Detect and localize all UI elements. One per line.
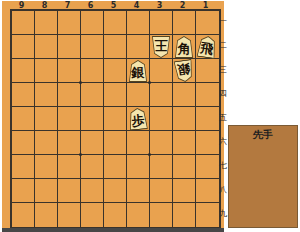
square-2-7[interactable] — [173, 155, 196, 179]
square-1-3[interactable] — [196, 59, 219, 83]
square-7-1[interactable] — [58, 11, 81, 35]
square-3-7[interactable] — [150, 155, 173, 179]
rank-label-4: 四 — [219, 81, 227, 105]
rank-label-6: 六 — [219, 129, 227, 153]
square-3-5[interactable] — [150, 107, 173, 131]
square-8-2[interactable] — [35, 35, 58, 59]
square-4-6[interactable] — [127, 131, 150, 155]
square-6-5[interactable] — [81, 107, 104, 131]
square-9-7[interactable] — [12, 155, 35, 179]
piece-face: 銀 — [129, 61, 147, 81]
square-7-7[interactable] — [58, 155, 81, 179]
square-5-2[interactable] — [104, 35, 127, 59]
piece-kanji: 角 — [178, 36, 191, 59]
square-9-8[interactable] — [12, 179, 35, 203]
square-6-3[interactable] — [81, 59, 104, 83]
shogi-board-widget: 987654321 飛角王銀銀歩 一二三四五六七八九 — [2, 1, 224, 228]
square-2-4[interactable] — [173, 83, 196, 107]
star-point — [148, 153, 151, 156]
square-9-3[interactable] — [12, 59, 35, 83]
square-6-4[interactable] — [81, 83, 104, 107]
square-2-5[interactable] — [173, 107, 196, 131]
square-1-8[interactable] — [196, 179, 219, 203]
square-4-2[interactable] — [127, 35, 150, 59]
square-3-9[interactable] — [150, 203, 173, 227]
square-7-9[interactable] — [58, 203, 81, 227]
square-8-5[interactable] — [35, 107, 58, 131]
square-3-6[interactable] — [150, 131, 173, 155]
square-5-9[interactable] — [104, 203, 127, 227]
square-9-2[interactable] — [12, 35, 35, 59]
star-point — [148, 81, 151, 84]
piece-face: 王 — [152, 37, 170, 57]
square-1-7[interactable] — [196, 155, 219, 179]
rank-label-1: 一 — [219, 9, 227, 33]
shogi-app-screen: 987654321 飛角王銀銀歩 一二三四五六七八九 先手 — [0, 0, 300, 232]
piece-kanji: 銀 — [132, 60, 145, 83]
square-4-8[interactable] — [127, 179, 150, 203]
square-2-8[interactable] — [173, 179, 196, 203]
square-4-7[interactable] — [127, 155, 150, 179]
square-2-9[interactable] — [173, 203, 196, 227]
star-point — [79, 81, 82, 84]
square-3-8[interactable] — [150, 179, 173, 203]
square-1-6[interactable] — [196, 131, 219, 155]
square-9-6[interactable] — [12, 131, 35, 155]
square-8-4[interactable] — [35, 83, 58, 107]
rank-label-2: 二 — [219, 33, 227, 57]
square-8-7[interactable] — [35, 155, 58, 179]
square-6-2[interactable] — [81, 35, 104, 59]
square-6-7[interactable] — [81, 155, 104, 179]
rank-label-8: 八 — [219, 177, 227, 201]
square-2-6[interactable] — [173, 131, 196, 155]
window-bottom-edge — [2, 228, 224, 232]
square-8-3[interactable] — [35, 59, 58, 83]
square-5-3[interactable] — [104, 59, 127, 83]
square-6-1[interactable] — [81, 11, 104, 35]
square-8-8[interactable] — [35, 179, 58, 203]
square-7-3[interactable] — [58, 59, 81, 83]
rank-label-3: 三 — [219, 57, 227, 81]
square-3-3[interactable] — [150, 59, 173, 83]
rank-label-9: 九 — [219, 201, 227, 225]
square-6-9[interactable] — [81, 203, 104, 227]
square-7-4[interactable] — [58, 83, 81, 107]
square-3-4[interactable] — [150, 83, 173, 107]
square-5-6[interactable] — [104, 131, 127, 155]
square-6-8[interactable] — [81, 179, 104, 203]
square-7-2[interactable] — [58, 35, 81, 59]
square-1-1[interactable] — [196, 11, 219, 35]
square-9-9[interactable] — [12, 203, 35, 227]
square-9-4[interactable] — [12, 83, 35, 107]
piece-kanji: 王 — [155, 36, 168, 59]
square-2-1[interactable] — [173, 11, 196, 35]
square-9-5[interactable] — [12, 107, 35, 131]
square-5-4[interactable] — [104, 83, 127, 107]
square-8-1[interactable] — [35, 11, 58, 35]
square-3-1[interactable] — [150, 11, 173, 35]
rank-labels: 一二三四五六七八九 — [219, 9, 227, 225]
piece-face: 角 — [175, 37, 193, 57]
square-1-5[interactable] — [196, 107, 219, 131]
square-5-7[interactable] — [104, 155, 127, 179]
sente-hand-label: 先手 — [229, 128, 297, 142]
square-7-6[interactable] — [58, 131, 81, 155]
sente-hand-panel[interactable]: 先手 — [228, 125, 298, 228]
square-5-1[interactable] — [104, 11, 127, 35]
square-4-1[interactable] — [127, 11, 150, 35]
rank-label-7: 七 — [219, 153, 227, 177]
square-4-9[interactable] — [127, 203, 150, 227]
square-5-5[interactable] — [104, 107, 127, 131]
square-8-6[interactable] — [35, 131, 58, 155]
square-9-1[interactable] — [12, 11, 35, 35]
square-1-4[interactable] — [196, 83, 219, 107]
square-7-5[interactable] — [58, 107, 81, 131]
square-6-6[interactable] — [81, 131, 104, 155]
square-5-8[interactable] — [104, 179, 127, 203]
square-4-4[interactable] — [127, 83, 150, 107]
rank-label-5: 五 — [219, 105, 227, 129]
shogi-board-grid[interactable]: 飛角王銀銀歩 — [10, 9, 221, 229]
square-8-9[interactable] — [35, 203, 58, 227]
star-point — [79, 153, 82, 156]
square-7-8[interactable] — [58, 179, 81, 203]
square-1-9[interactable] — [196, 203, 219, 227]
